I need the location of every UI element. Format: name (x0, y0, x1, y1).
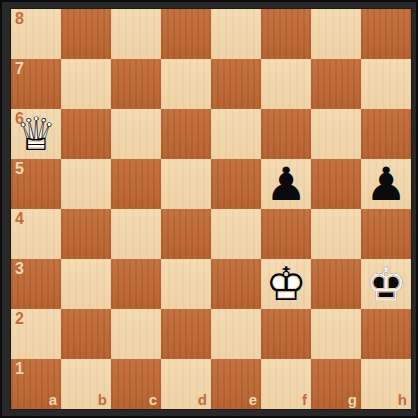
square-f3[interactable]: ♚♔ (261, 259, 311, 309)
square-d1[interactable]: d (161, 359, 211, 409)
square-d8[interactable] (161, 9, 211, 59)
rank-label-7: 7 (15, 60, 24, 78)
square-e2[interactable] (211, 309, 261, 359)
square-e7[interactable] (211, 59, 261, 109)
piece-fill: ♚ (261, 259, 311, 309)
square-a2[interactable]: 2 (11, 309, 61, 359)
square-g4[interactable] (311, 209, 361, 259)
file-label-f: f (302, 391, 307, 408)
square-g2[interactable] (311, 309, 361, 359)
square-h1[interactable]: h (361, 359, 411, 409)
square-d2[interactable] (161, 309, 211, 359)
piece-fill: ♟ (261, 159, 311, 209)
square-h6[interactable] (361, 109, 411, 159)
square-a8[interactable]: 8 (11, 9, 61, 59)
file-label-d: d (198, 391, 207, 408)
square-f2[interactable] (261, 309, 311, 359)
chess-board: 876♛♕5♟♟43♚♔♚♔21abcdefgh (11, 9, 411, 409)
square-h7[interactable] (361, 59, 411, 109)
square-a1[interactable]: 1a (11, 359, 61, 409)
square-b1[interactable]: b (61, 359, 111, 409)
square-e5[interactable] (211, 159, 261, 209)
square-e6[interactable] (211, 109, 261, 159)
square-h8[interactable] (361, 9, 411, 59)
file-label-g: g (348, 391, 357, 408)
square-b5[interactable] (61, 159, 111, 209)
square-b3[interactable] (61, 259, 111, 309)
square-f6[interactable] (261, 109, 311, 159)
square-c2[interactable] (111, 309, 161, 359)
square-a6[interactable]: 6♛♕ (11, 109, 61, 159)
square-a5[interactable]: 5 (11, 159, 61, 209)
square-b4[interactable] (61, 209, 111, 259)
square-g8[interactable] (311, 9, 361, 59)
black-pawn-f5[interactable]: ♟ (261, 159, 311, 209)
file-label-h: h (398, 391, 407, 408)
board-frame: 876♛♕5♟♟43♚♔♚♔21abcdefgh (0, 0, 418, 418)
square-g6[interactable] (311, 109, 361, 159)
square-f4[interactable] (261, 209, 311, 259)
square-h2[interactable] (361, 309, 411, 359)
square-c1[interactable]: c (111, 359, 161, 409)
square-g3[interactable] (311, 259, 361, 309)
rank-label-1: 1 (15, 360, 24, 378)
square-d4[interactable] (161, 209, 211, 259)
square-f1[interactable]: f (261, 359, 311, 409)
square-b6[interactable] (61, 109, 111, 159)
rank-label-5: 5 (15, 160, 24, 178)
square-c3[interactable] (111, 259, 161, 309)
piece-fill: ♟ (361, 159, 411, 209)
square-a4[interactable]: 4 (11, 209, 61, 259)
square-d5[interactable] (161, 159, 211, 209)
rank-label-2: 2 (15, 310, 24, 328)
square-e4[interactable] (211, 209, 261, 259)
square-a7[interactable]: 7 (11, 59, 61, 109)
piece-outline: ♔ (261, 259, 311, 309)
black-king-h3[interactable]: ♚♔ (361, 259, 411, 309)
square-f7[interactable] (261, 59, 311, 109)
rank-label-8: 8 (15, 10, 24, 28)
piece-fill: ♛ (11, 109, 61, 159)
square-c7[interactable] (111, 59, 161, 109)
square-d3[interactable] (161, 259, 211, 309)
square-e8[interactable] (211, 9, 261, 59)
square-d7[interactable] (161, 59, 211, 109)
rank-label-3: 3 (15, 260, 24, 278)
black-pawn-h5[interactable]: ♟ (361, 159, 411, 209)
square-c8[interactable] (111, 9, 161, 59)
file-label-b: b (98, 391, 107, 408)
piece-fill: ♚ (361, 259, 411, 309)
file-label-c: c (149, 391, 157, 408)
square-d6[interactable] (161, 109, 211, 159)
square-c4[interactable] (111, 209, 161, 259)
square-g1[interactable]: g (311, 359, 361, 409)
square-b8[interactable] (61, 9, 111, 59)
file-label-e: e (249, 391, 257, 408)
square-b7[interactable] (61, 59, 111, 109)
white-queen-a6[interactable]: ♛♕ (11, 109, 61, 159)
square-c5[interactable] (111, 159, 161, 209)
square-g5[interactable] (311, 159, 361, 209)
square-h3[interactable]: ♚♔ (361, 259, 411, 309)
rank-label-4: 4 (15, 210, 24, 228)
square-a3[interactable]: 3 (11, 259, 61, 309)
piece-detail: ♔ (361, 259, 411, 309)
white-king-f3[interactable]: ♚♔ (261, 259, 311, 309)
square-h4[interactable] (361, 209, 411, 259)
square-g7[interactable] (311, 59, 361, 109)
square-e1[interactable]: e (211, 359, 261, 409)
square-h5[interactable]: ♟ (361, 159, 411, 209)
square-f5[interactable]: ♟ (261, 159, 311, 209)
file-label-a: a (49, 391, 57, 408)
square-f8[interactable] (261, 9, 311, 59)
piece-outline: ♕ (11, 109, 61, 159)
square-e3[interactable] (211, 259, 261, 309)
square-b2[interactable] (61, 309, 111, 359)
square-c6[interactable] (111, 109, 161, 159)
